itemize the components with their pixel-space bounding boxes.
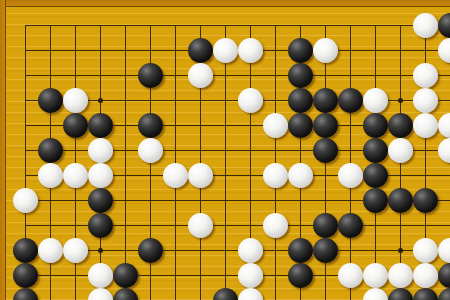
stone-white (263, 213, 288, 238)
stone-white (263, 113, 288, 138)
stone-white (413, 263, 438, 288)
go-board[interactable] (0, 0, 450, 300)
stone-white (238, 288, 263, 300)
stone-white (188, 213, 213, 238)
stone-white (188, 163, 213, 188)
stone-black (38, 88, 63, 113)
stone-white (38, 163, 63, 188)
stone-black (413, 188, 438, 213)
stone-black (313, 113, 338, 138)
stone-black (88, 113, 113, 138)
stone-black (88, 213, 113, 238)
stone-black (288, 263, 313, 288)
stone-white (338, 163, 363, 188)
stone-white (63, 88, 88, 113)
stone-black (288, 63, 313, 88)
stone-white (363, 263, 388, 288)
stone-black (288, 113, 313, 138)
stone-black (13, 238, 38, 263)
stone-white (288, 163, 313, 188)
star-point (398, 98, 403, 103)
stone-white (388, 138, 413, 163)
stone-black (363, 163, 388, 188)
stone-black (13, 288, 38, 300)
stone-black (363, 113, 388, 138)
stone-white (213, 38, 238, 63)
stone-white (438, 38, 450, 63)
stone-black (38, 138, 63, 163)
stone-white (388, 263, 413, 288)
stone-black (138, 238, 163, 263)
stone-white (63, 238, 88, 263)
star-point (98, 248, 103, 253)
star-point (398, 248, 403, 253)
board-frame-top-edge (0, 0, 450, 7)
stone-white (88, 163, 113, 188)
stone-black (313, 238, 338, 263)
stone-black (88, 188, 113, 213)
stone-black (313, 213, 338, 238)
stone-white (413, 63, 438, 88)
stone-black (288, 88, 313, 113)
stone-white (163, 163, 188, 188)
stones-grid (13, 13, 450, 300)
stone-white (38, 238, 63, 263)
stone-black (388, 113, 413, 138)
star-point (98, 98, 103, 103)
stone-white (438, 113, 450, 138)
stone-white (438, 138, 450, 163)
stone-white (438, 238, 450, 263)
stone-black (438, 263, 450, 288)
stone-black (113, 288, 138, 300)
stone-white (413, 13, 438, 38)
stone-black (313, 88, 338, 113)
stone-white (413, 88, 438, 113)
stone-white (363, 288, 388, 300)
stone-black (363, 188, 388, 213)
stone-white (413, 238, 438, 263)
stone-black (338, 213, 363, 238)
stone-white (338, 263, 363, 288)
go-app-screenshot (0, 0, 450, 300)
stone-white (138, 138, 163, 163)
stone-black (438, 13, 450, 38)
stone-black (138, 113, 163, 138)
stone-white (188, 63, 213, 88)
stone-black (438, 288, 450, 300)
stone-black (113, 263, 138, 288)
stone-black (338, 88, 363, 113)
stone-black (63, 113, 88, 138)
stone-black (188, 38, 213, 63)
stone-white (313, 38, 338, 63)
stone-black (388, 288, 413, 300)
stone-white (238, 238, 263, 263)
stone-black (138, 63, 163, 88)
stone-black (213, 288, 238, 300)
stone-white (263, 163, 288, 188)
stone-black (288, 38, 313, 63)
board-frame-left-edge (0, 0, 6, 300)
stone-white (238, 38, 263, 63)
stone-white (63, 163, 88, 188)
stone-black (363, 138, 388, 163)
stone-white (413, 113, 438, 138)
stone-black (288, 238, 313, 263)
stone-white (13, 188, 38, 213)
stone-black (313, 138, 338, 163)
stone-black (388, 188, 413, 213)
stone-white (238, 263, 263, 288)
stone-white (88, 263, 113, 288)
stone-white (363, 88, 388, 113)
stone-white (238, 88, 263, 113)
stone-white (88, 288, 113, 300)
stone-black (13, 263, 38, 288)
stone-white (88, 138, 113, 163)
stone-black (413, 288, 438, 300)
